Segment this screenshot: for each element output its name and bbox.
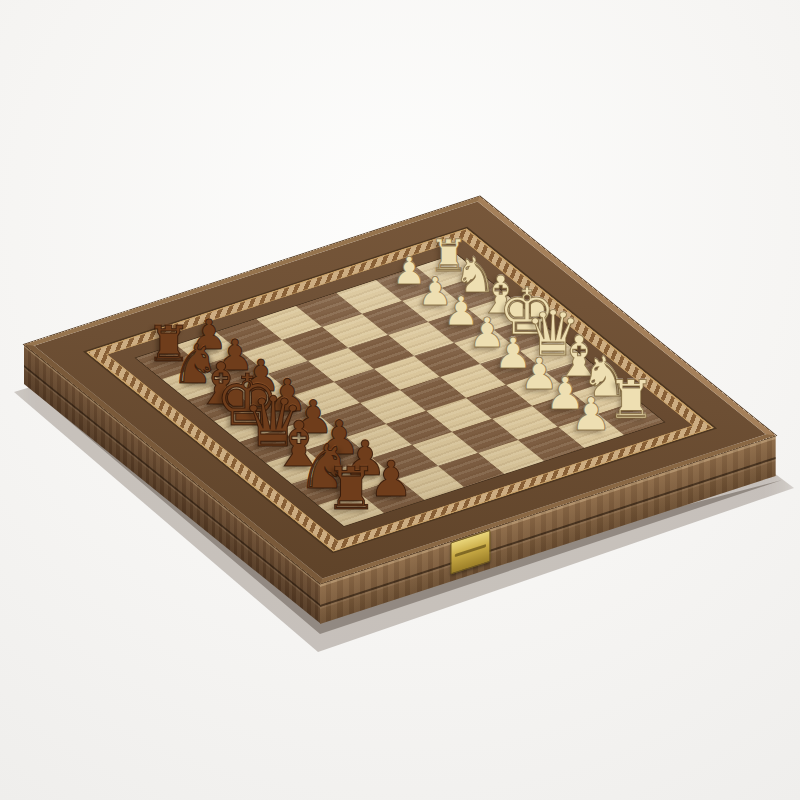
piece-white-pawn-a2[interactable]: ♟ <box>570 392 611 438</box>
piece-black-rook-a8[interactable]: ♜ <box>325 460 378 519</box>
scene: ♜♞♝♛♚♝♞♜♟♟♟♟♟♟♟♟♟♟♟♟♟♟♟♟♜♞♝♛♚♝♞♜ <box>0 0 800 800</box>
piece-white-rook-a1[interactable]: ♜ <box>607 374 655 427</box>
